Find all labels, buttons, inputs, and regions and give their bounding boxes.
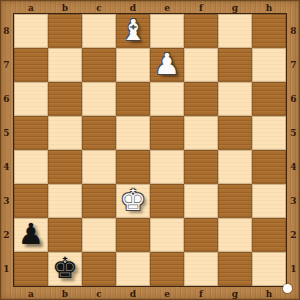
- rank-label-left-7: 7: [0, 48, 13, 82]
- file-label-top-h: h: [252, 0, 286, 13]
- rank-label-left-2: 2: [0, 218, 13, 252]
- rank-label-right-7: 7: [287, 48, 300, 82]
- square-c1[interactable]: [82, 252, 116, 286]
- square-f6[interactable]: [184, 82, 218, 116]
- square-h2[interactable]: [252, 218, 286, 252]
- square-e5[interactable]: [150, 116, 184, 150]
- square-d7[interactable]: [116, 48, 150, 82]
- square-f1[interactable]: [184, 252, 218, 286]
- square-b1[interactable]: ♚: [48, 252, 82, 286]
- white-to-move-indicator: [283, 284, 292, 293]
- square-b2[interactable]: [48, 218, 82, 252]
- file-label-bottom-d: d: [116, 287, 150, 300]
- square-e6[interactable]: [150, 82, 184, 116]
- rank-label-left-5: 5: [0, 116, 13, 150]
- file-label-top-g: g: [218, 0, 252, 13]
- file-label-top-a: a: [14, 0, 48, 13]
- square-a3[interactable]: [14, 184, 48, 218]
- square-e3[interactable]: [150, 184, 184, 218]
- square-c6[interactable]: [82, 82, 116, 116]
- white-pawn[interactable]: ♟: [154, 47, 180, 81]
- square-h7[interactable]: [252, 48, 286, 82]
- square-f7[interactable]: [184, 48, 218, 82]
- square-a6[interactable]: [14, 82, 48, 116]
- file-label-bottom-f: f: [184, 287, 218, 300]
- square-g8[interactable]: [218, 14, 252, 48]
- file-label-bottom-g: g: [218, 287, 252, 300]
- rank-label-right-2: 2: [287, 218, 300, 252]
- square-f2[interactable]: [184, 218, 218, 252]
- square-h6[interactable]: [252, 82, 286, 116]
- rank-label-right-3: 3: [287, 184, 300, 218]
- square-a5[interactable]: [14, 116, 48, 150]
- square-b8[interactable]: [48, 14, 82, 48]
- square-b6[interactable]: [48, 82, 82, 116]
- file-label-top-c: c: [82, 0, 116, 13]
- file-label-top-d: d: [116, 0, 150, 13]
- square-c5[interactable]: [82, 116, 116, 150]
- square-d8[interactable]: ♝: [116, 14, 150, 48]
- square-d1[interactable]: [116, 252, 150, 286]
- rank-label-right-1: 1: [287, 252, 300, 286]
- square-b7[interactable]: [48, 48, 82, 82]
- square-e8[interactable]: [150, 14, 184, 48]
- square-c4[interactable]: [82, 150, 116, 184]
- square-b5[interactable]: [48, 116, 82, 150]
- rank-labels-right: 87654321: [287, 14, 300, 286]
- square-h4[interactable]: [252, 150, 286, 184]
- square-h1[interactable]: [252, 252, 286, 286]
- square-a7[interactable]: [14, 48, 48, 82]
- file-label-top-f: f: [184, 0, 218, 13]
- square-a8[interactable]: [14, 14, 48, 48]
- file-label-bottom-b: b: [48, 287, 82, 300]
- rank-label-right-6: 6: [287, 82, 300, 116]
- file-label-bottom-h: h: [252, 287, 286, 300]
- file-label-top-e: e: [150, 0, 184, 13]
- rank-label-left-1: 1: [0, 252, 13, 286]
- square-d2[interactable]: [116, 218, 150, 252]
- square-a1[interactable]: [14, 252, 48, 286]
- square-d3[interactable]: ♚: [116, 184, 150, 218]
- rank-label-left-8: 8: [0, 14, 13, 48]
- file-label-bottom-a: a: [14, 287, 48, 300]
- square-f4[interactable]: [184, 150, 218, 184]
- square-c2[interactable]: [82, 218, 116, 252]
- square-b3[interactable]: [48, 184, 82, 218]
- square-d5[interactable]: [116, 116, 150, 150]
- file-labels-top: abcdefgh: [14, 0, 286, 13]
- white-king[interactable]: ♚: [120, 183, 146, 217]
- rank-label-right-5: 5: [287, 116, 300, 150]
- square-c3[interactable]: [82, 184, 116, 218]
- chessboard-frame: abcdefgh abcdefgh 87654321 87654321 ♝♟♚♟…: [0, 0, 300, 300]
- square-g2[interactable]: [218, 218, 252, 252]
- square-b4[interactable]: [48, 150, 82, 184]
- rank-labels-left: 87654321: [0, 14, 13, 286]
- square-g3[interactable]: [218, 184, 252, 218]
- rank-label-left-4: 4: [0, 150, 13, 184]
- square-e4[interactable]: [150, 150, 184, 184]
- square-c7[interactable]: [82, 48, 116, 82]
- square-h8[interactable]: [252, 14, 286, 48]
- black-king[interactable]: ♚: [52, 251, 78, 285]
- square-h3[interactable]: [252, 184, 286, 218]
- file-label-bottom-e: e: [150, 287, 184, 300]
- square-h5[interactable]: [252, 116, 286, 150]
- square-f8[interactable]: [184, 14, 218, 48]
- square-e1[interactable]: [150, 252, 184, 286]
- file-label-bottom-c: c: [82, 287, 116, 300]
- white-bishop[interactable]: ♝: [120, 13, 146, 47]
- square-e7[interactable]: ♟: [150, 48, 184, 82]
- black-pawn[interactable]: ♟: [18, 217, 44, 251]
- rank-label-right-8: 8: [287, 14, 300, 48]
- square-d4[interactable]: [116, 150, 150, 184]
- square-c8[interactable]: [82, 14, 116, 48]
- rank-label-right-4: 4: [287, 150, 300, 184]
- square-f5[interactable]: [184, 116, 218, 150]
- square-e2[interactable]: [150, 218, 184, 252]
- rank-label-left-6: 6: [0, 82, 13, 116]
- square-a2[interactable]: ♟: [14, 218, 48, 252]
- file-labels-bottom: abcdefgh: [14, 287, 286, 300]
- square-f3[interactable]: [184, 184, 218, 218]
- square-g4[interactable]: [218, 150, 252, 184]
- square-g5[interactable]: [218, 116, 252, 150]
- rank-label-left-3: 3: [0, 184, 13, 218]
- square-a4[interactable]: [14, 150, 48, 184]
- board: ♝♟♚♟♚: [13, 13, 287, 287]
- square-d6[interactable]: [116, 82, 150, 116]
- square-g7[interactable]: [218, 48, 252, 82]
- square-g1[interactable]: [218, 252, 252, 286]
- file-label-top-b: b: [48, 0, 82, 13]
- square-g6[interactable]: [218, 82, 252, 116]
